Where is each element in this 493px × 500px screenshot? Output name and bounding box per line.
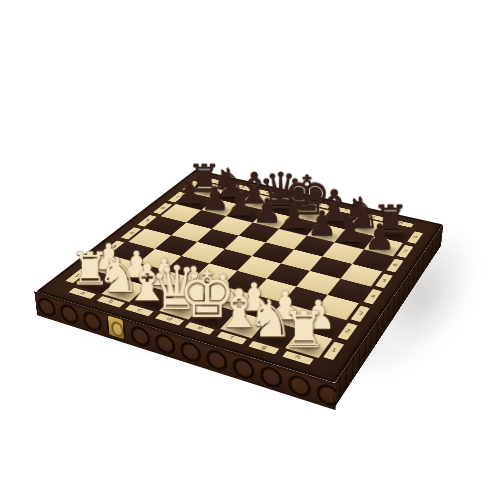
black-pawn[interactable]: ♟ xyxy=(342,221,417,254)
coord-cell: 5 xyxy=(371,271,397,290)
brass-clasp-icon xyxy=(107,315,123,339)
coord-label-5: 5 xyxy=(375,273,393,288)
scene: abcdefgh8♜♞♝♛♚♝♞♜87♟♟♟♟♟♟♟♟7665544332♟♟♟… xyxy=(0,0,493,500)
coord-label-4: 4 xyxy=(363,289,381,304)
product-photo-stage: abcdefgh8♜♞♝♛♚♝♞♜87♟♟♟♟♟♟♟♟7665544332♟♟♟… xyxy=(0,0,493,500)
white-rook[interactable]: ♜ xyxy=(259,306,348,354)
chess-board-box: abcdefgh8♜♞♝♛♚♝♞♜87♟♟♟♟♟♟♟♟7665544332♟♟♟… xyxy=(36,170,443,383)
